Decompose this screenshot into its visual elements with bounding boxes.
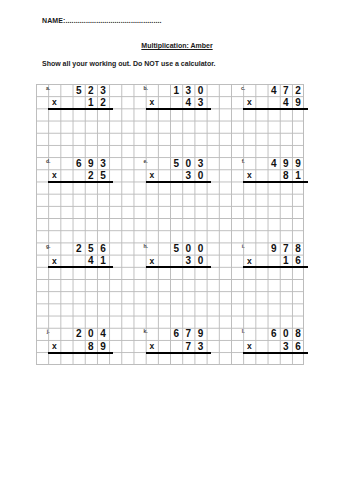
answer-line xyxy=(146,181,211,183)
multiplicand-digit: 6 xyxy=(170,328,182,340)
answer-line xyxy=(243,266,308,268)
multiplicand-digit: 2 xyxy=(73,328,85,340)
multiplicand-digit: 5 xyxy=(170,242,182,254)
multiplier-digit: 3 xyxy=(194,96,206,108)
problem-label: b. xyxy=(134,84,158,96)
multiplicand-digit: 8 xyxy=(292,242,304,254)
problem-label: k. xyxy=(134,328,158,340)
multiply-sign: x xyxy=(146,96,158,108)
multiplicand-digit: 2 xyxy=(292,84,304,96)
answer-line xyxy=(243,352,308,354)
problem-label: l. xyxy=(231,328,255,340)
multiplier-digit: 2 xyxy=(85,169,97,181)
multiplier-digit: 6 xyxy=(292,255,304,267)
problem-label: i. xyxy=(231,242,255,254)
multiply-sign: x xyxy=(243,96,255,108)
name-label: NAME: xyxy=(42,17,65,24)
multiplier-digit: 3 xyxy=(182,255,194,267)
answer-line xyxy=(146,266,211,268)
answer-line xyxy=(48,266,113,268)
multiplicand-digit: 9 xyxy=(194,328,206,340)
problem-label: a. xyxy=(36,84,60,96)
multiplier-digit: 3 xyxy=(182,169,194,181)
multiplicand-digit: 9 xyxy=(292,157,304,169)
problem-label: e. xyxy=(134,157,158,169)
multiplicand-digit: 2 xyxy=(73,242,85,254)
problem-label: j. xyxy=(36,328,60,340)
multiply-sign: x xyxy=(146,255,158,267)
multiplier-digit: 3 xyxy=(280,340,292,352)
multiplicand-digit: 0 xyxy=(182,242,194,254)
worksheet-page: NAME:...................................… xyxy=(0,0,354,500)
multiply-sign: x xyxy=(146,169,158,181)
multiplicand-digit: 9 xyxy=(280,157,292,169)
multiplier-digit: 0 xyxy=(194,255,206,267)
multiplicand-digit: 5 xyxy=(170,157,182,169)
multiplicand-digit: 0 xyxy=(280,328,292,340)
multiplier-digit: 1 xyxy=(292,169,304,181)
multiplier-digit: 9 xyxy=(292,96,304,108)
multiplicand-digit: 3 xyxy=(97,84,109,96)
multiplicand-digit: 3 xyxy=(194,157,206,169)
multiply-sign: x xyxy=(48,169,60,181)
problems-layer: a.523x12b.130x43c.472x49d.693x25e.503x30… xyxy=(36,84,304,365)
multiply-sign: x xyxy=(48,255,60,267)
answer-line xyxy=(243,108,308,110)
name-dots-line[interactable]: ........................................… xyxy=(65,17,161,24)
multiply-sign: x xyxy=(243,340,255,352)
multiplier-digit: 7 xyxy=(182,340,194,352)
answer-line xyxy=(48,108,113,110)
multiplicand-digit: 2 xyxy=(85,84,97,96)
multiplier-digit: 8 xyxy=(85,340,97,352)
multiplicand-digit: 6 xyxy=(73,157,85,169)
multiplier-digit: 4 xyxy=(280,96,292,108)
instructions-text: Show all your working out. Do NOT use a … xyxy=(42,60,215,67)
problem-label: g. xyxy=(36,242,60,254)
page-title-text: Multiplication: Amber xyxy=(141,42,212,49)
multiplicand-digit: 7 xyxy=(280,242,292,254)
multiplier-digit: 3 xyxy=(194,340,206,352)
problem-label: f. xyxy=(231,157,255,169)
working-grid: a.523x12b.130x43c.472x49d.693x25e.503x30… xyxy=(36,84,304,365)
multiplicand-digit: 0 xyxy=(194,242,206,254)
multiplicand-digit: 5 xyxy=(73,84,85,96)
problem-label: h. xyxy=(134,242,158,254)
answer-line xyxy=(48,352,113,354)
problem-label: d. xyxy=(36,157,60,169)
answer-line xyxy=(146,352,211,354)
multiplicand-digit: 6 xyxy=(97,242,109,254)
multiplier-digit: 8 xyxy=(280,169,292,181)
multiplicand-digit: 3 xyxy=(182,84,194,96)
multiplicand-digit: 0 xyxy=(85,328,97,340)
answer-line xyxy=(243,181,308,183)
multiplier-digit: 9 xyxy=(97,340,109,352)
multiplicand-digit: 0 xyxy=(194,84,206,96)
multiplicand-digit: 1 xyxy=(170,84,182,96)
page-title: Multiplication: Amber xyxy=(0,42,354,49)
multiply-sign: x xyxy=(243,255,255,267)
multiplicand-digit: 8 xyxy=(292,328,304,340)
multiplier-digit: 0 xyxy=(194,169,206,181)
multiply-sign: x xyxy=(243,169,255,181)
multiplicand-digit: 4 xyxy=(97,328,109,340)
multiplier-digit: 4 xyxy=(85,255,97,267)
multiplicand-digit: 9 xyxy=(85,157,97,169)
multiplier-digit: 1 xyxy=(280,255,292,267)
multiplicand-digit: 7 xyxy=(280,84,292,96)
multiplicand-digit: 0 xyxy=(182,157,194,169)
multiplicand-digit: 9 xyxy=(268,242,280,254)
answer-line xyxy=(48,181,113,183)
multiplier-digit: 1 xyxy=(85,96,97,108)
multiplier-digit: 6 xyxy=(292,340,304,352)
multiplicand-digit: 3 xyxy=(97,157,109,169)
multiplicand-digit: 7 xyxy=(182,328,194,340)
multiplier-digit: 1 xyxy=(97,255,109,267)
name-line: NAME:...................................… xyxy=(42,17,162,24)
multiplier-digit: 4 xyxy=(182,96,194,108)
answer-line xyxy=(146,108,211,110)
multiplier-digit: 5 xyxy=(97,169,109,181)
multiplicand-digit: 4 xyxy=(268,84,280,96)
multiplier-digit: 2 xyxy=(97,96,109,108)
multiplicand-digit: 4 xyxy=(268,157,280,169)
multiplicand-digit: 6 xyxy=(268,328,280,340)
multiplicand-digit: 5 xyxy=(85,242,97,254)
multiply-sign: x xyxy=(48,340,60,352)
multiply-sign: x xyxy=(48,96,60,108)
problem-label: c. xyxy=(231,84,255,96)
multiply-sign: x xyxy=(146,340,158,352)
